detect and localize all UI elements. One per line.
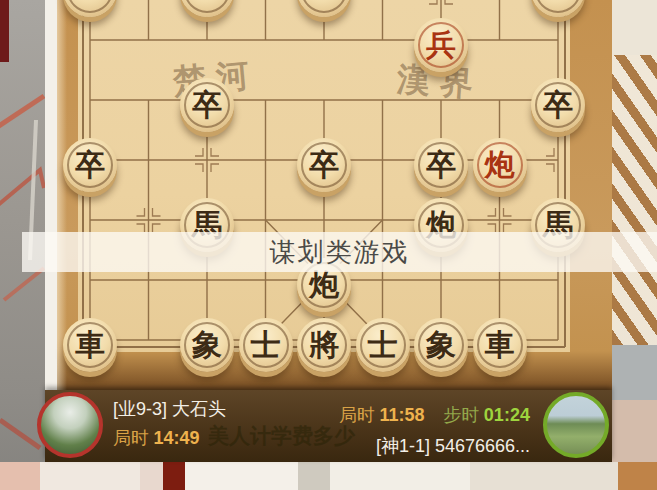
right-game-time-value: 11:58	[379, 405, 424, 425]
piece-black-卒-c1r7[interactable]: 卒	[63, 138, 117, 192]
piece-black-卒-c7r7[interactable]: 卒	[414, 138, 468, 192]
piece-red-兵-c7r5[interactable]: 兵	[414, 18, 468, 72]
right-player-name: [神1-1] 54676666...	[376, 434, 530, 458]
piece-unknown-hidden-c9r4[interactable]	[531, 0, 585, 17]
piece-black-卒-c5r7[interactable]: 卒	[297, 138, 351, 192]
piece-glyph: 車	[75, 318, 105, 372]
left-player-name: [业9-3] 大石头	[113, 397, 226, 421]
background-photo-bottom	[0, 462, 657, 490]
right-player-avatar[interactable]	[543, 392, 609, 458]
piece-glyph: 兵	[426, 18, 456, 72]
piece-black-將-c5r10[interactable]: 將	[297, 318, 351, 372]
piece-glyph: 卒	[426, 138, 456, 192]
piece-black-卒-c3r6[interactable]: 卒	[180, 78, 234, 132]
left-player-avatar[interactable]	[37, 392, 103, 458]
piece-glyph: 將	[309, 318, 339, 372]
piece-black-卒-c9r6[interactable]: 卒	[531, 78, 585, 132]
piece-glyph: 卒	[192, 78, 222, 132]
watermark-text: 美人计学费多少	[208, 422, 355, 450]
xiangqi-game-area: 楚河 漢界 兵卒卒卒卒卒炮馬炮馬炮車象士將士象車 [业9-3] 大石头 局时 1…	[45, 0, 612, 462]
piece-black-車-c1r10[interactable]: 車	[63, 318, 117, 372]
left-time-label: 局时	[113, 428, 149, 448]
background-left-red-bar	[0, 0, 9, 62]
pieces-layer: 兵卒卒卒卒卒炮馬炮馬炮車象士將士象車	[45, 0, 612, 390]
piece-glyph: 士	[251, 318, 281, 372]
headline-text: 谋划类游戏	[270, 235, 410, 270]
piece-unknown-hidden-c1r4[interactable]	[63, 0, 117, 17]
piece-unknown-hidden-c5r4[interactable]	[297, 0, 351, 17]
headline-banner: 谋划类游戏	[22, 232, 657, 272]
piece-glyph: 象	[192, 318, 222, 372]
piece-glyph: 卒	[309, 138, 339, 192]
piece-red-炮-c8r7[interactable]: 炮	[473, 138, 527, 192]
left-time-value: 14:49	[153, 428, 199, 448]
left-player-time: 局时 14:49	[113, 426, 200, 450]
page: { "game": "xiangqi (Chinese chess)", "ov…	[0, 0, 657, 490]
piece-black-士-c6r10[interactable]: 士	[356, 318, 410, 372]
piece-black-車-c8r10[interactable]: 車	[473, 318, 527, 372]
right-step-time-label: 步时	[443, 405, 479, 425]
right-player-times: 局时 11:58 步时 01:24	[339, 403, 530, 427]
piece-glyph: 象	[426, 318, 456, 372]
player-info-bar: [业9-3] 大石头 局时 14:49 局时 11:58 步时 01:24 [神…	[45, 390, 612, 462]
piece-black-象-c3r10[interactable]: 象	[180, 318, 234, 372]
background-right-stripes	[612, 55, 657, 345]
piece-glyph: 炮	[485, 138, 515, 192]
right-step-time-value: 01:24	[484, 405, 530, 425]
piece-black-象-c7r10[interactable]: 象	[414, 318, 468, 372]
piece-glyph: 卒	[543, 78, 573, 132]
piece-glyph: 車	[485, 318, 515, 372]
piece-glyph: 卒	[75, 138, 105, 192]
piece-glyph: 士	[368, 318, 398, 372]
piece-unknown-hidden-c3r4[interactable]	[180, 0, 234, 17]
piece-black-士-c4r10[interactable]: 士	[239, 318, 293, 372]
